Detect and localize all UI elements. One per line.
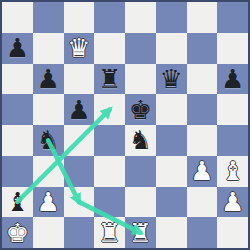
square-h5[interactable]: [217, 94, 248, 125]
square-d4[interactable]: [94, 125, 125, 156]
square-c8[interactable]: [64, 2, 95, 33]
square-c3[interactable]: [64, 156, 95, 187]
square-e3[interactable]: [125, 156, 156, 187]
square-a4[interactable]: [2, 125, 33, 156]
square-f4[interactable]: [156, 125, 187, 156]
square-a5[interactable]: [2, 94, 33, 125]
board-frame: ♟♛♟♜♛♟♟♚♞♞♟♝♝♟♟♚♜♜: [0, 0, 250, 250]
square-f3[interactable]: [156, 156, 187, 187]
square-b6[interactable]: ♟: [33, 64, 64, 95]
square-f5[interactable]: [156, 94, 187, 125]
square-e5[interactable]: ♚: [125, 94, 156, 125]
square-b1[interactable]: [33, 217, 64, 248]
square-h4[interactable]: [217, 125, 248, 156]
square-d7[interactable]: [94, 33, 125, 64]
piece-white-pawn[interactable]: ♟: [190, 158, 213, 184]
piece-black-queen[interactable]: ♛: [159, 66, 182, 92]
square-d2[interactable]: [94, 187, 125, 218]
square-a8[interactable]: [2, 2, 33, 33]
piece-black-pawn[interactable]: ♟: [6, 35, 29, 61]
square-d5[interactable]: [94, 94, 125, 125]
square-g1[interactable]: [187, 217, 218, 248]
square-c5[interactable]: ♟: [64, 94, 95, 125]
piece-black-pawn[interactable]: ♟: [221, 66, 244, 92]
square-e7[interactable]: [125, 33, 156, 64]
square-a7[interactable]: ♟: [2, 33, 33, 64]
piece-black-knight[interactable]: ♞: [129, 127, 152, 153]
square-f7[interactable]: [156, 33, 187, 64]
square-g4[interactable]: [187, 125, 218, 156]
square-c7[interactable]: ♛: [64, 33, 95, 64]
chess-board: ♟♛♟♜♛♟♟♚♞♞♟♝♝♟♟♚♜♜: [2, 2, 248, 248]
square-c1[interactable]: [64, 217, 95, 248]
square-e1[interactable]: ♜: [125, 217, 156, 248]
piece-white-rook[interactable]: ♜: [98, 220, 121, 246]
piece-black-pawn[interactable]: ♟: [67, 97, 90, 123]
piece-white-pawn[interactable]: ♟: [36, 189, 59, 215]
square-b5[interactable]: [33, 94, 64, 125]
square-a3[interactable]: [2, 156, 33, 187]
square-d3[interactable]: [94, 156, 125, 187]
square-e8[interactable]: [125, 2, 156, 33]
square-g5[interactable]: [187, 94, 218, 125]
square-h3[interactable]: ♝: [217, 156, 248, 187]
piece-white-king[interactable]: ♚: [6, 220, 29, 246]
square-g3[interactable]: ♟: [187, 156, 218, 187]
square-g7[interactable]: [187, 33, 218, 64]
piece-black-king[interactable]: ♚: [129, 97, 152, 123]
piece-white-bishop[interactable]: ♝: [221, 158, 244, 184]
square-g8[interactable]: [187, 2, 218, 33]
square-a6[interactable]: [2, 64, 33, 95]
square-a2[interactable]: ♝: [2, 187, 33, 218]
piece-black-pawn[interactable]: ♟: [36, 66, 59, 92]
square-h8[interactable]: [217, 2, 248, 33]
square-b2[interactable]: ♟: [33, 187, 64, 218]
square-h7[interactable]: [217, 33, 248, 64]
square-c2[interactable]: [64, 187, 95, 218]
square-c4[interactable]: [64, 125, 95, 156]
square-f2[interactable]: [156, 187, 187, 218]
square-g2[interactable]: [187, 187, 218, 218]
square-h2[interactable]: ♟: [217, 187, 248, 218]
piece-white-pawn[interactable]: ♟: [221, 189, 244, 215]
square-e6[interactable]: [125, 64, 156, 95]
square-h6[interactable]: ♟: [217, 64, 248, 95]
piece-black-bishop[interactable]: ♝: [6, 189, 29, 215]
piece-white-rook[interactable]: ♜: [129, 220, 152, 246]
square-c6[interactable]: [64, 64, 95, 95]
square-a1[interactable]: ♚: [2, 217, 33, 248]
square-f8[interactable]: [156, 2, 187, 33]
square-g6[interactable]: [187, 64, 218, 95]
square-f6[interactable]: ♛: [156, 64, 187, 95]
square-b4[interactable]: ♞: [33, 125, 64, 156]
square-d6[interactable]: ♜: [94, 64, 125, 95]
square-d1[interactable]: ♜: [94, 217, 125, 248]
square-b8[interactable]: [33, 2, 64, 33]
square-h1[interactable]: [217, 217, 248, 248]
piece-black-rook[interactable]: ♜: [98, 66, 121, 92]
square-b3[interactable]: [33, 156, 64, 187]
square-e4[interactable]: ♞: [125, 125, 156, 156]
piece-white-queen[interactable]: ♛: [67, 35, 90, 61]
square-e2[interactable]: [125, 187, 156, 218]
square-b7[interactable]: [33, 33, 64, 64]
square-f1[interactable]: [156, 217, 187, 248]
square-d8[interactable]: [94, 2, 125, 33]
piece-black-knight[interactable]: ♞: [36, 127, 59, 153]
